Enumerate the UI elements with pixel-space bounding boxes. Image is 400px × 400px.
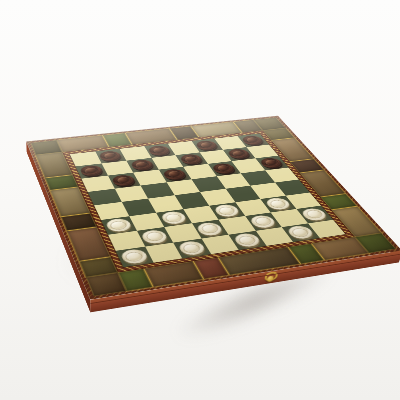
- light-piece-c1[interactable]: ⛀: [177, 240, 207, 256]
- square-b4[interactable]: [121, 199, 156, 216]
- art-panel: [332, 207, 382, 237]
- square-a5[interactable]: [88, 188, 122, 205]
- square-b2[interactable]: ⛀: [136, 227, 173, 246]
- square-d2[interactable]: ⛀: [192, 220, 229, 239]
- square-h2[interactable]: ⛀: [296, 206, 333, 224]
- dark-piece-h6[interactable]: ⛂: [258, 157, 285, 169]
- art-panel: [79, 257, 118, 277]
- art-corner-sw: [86, 272, 127, 296]
- dark-piece-a7[interactable]: ⛂: [79, 165, 105, 177]
- checkers-board: ⛂⛂⛂⛂⛂⛂⛂⛂⛂⛂⛂⛂⛀⛀⛀⛀⛀⛀⛀⛀⛀⛀⛀⛀: [26, 116, 400, 300]
- light-piece-g1[interactable]: ⛀: [285, 225, 316, 240]
- square-e2[interactable]: [218, 216, 255, 234]
- square-a3[interactable]: ⛀: [101, 216, 137, 235]
- latch-hook-icon: [267, 275, 274, 282]
- light-piece-f2[interactable]: ⛀: [248, 214, 278, 229]
- dark-piece-d8[interactable]: ⛂: [147, 145, 172, 156]
- light-piece-g3[interactable]: ⛀: [264, 197, 293, 211]
- art-panel: [61, 213, 97, 231]
- square-d3[interactable]: [183, 205, 219, 223]
- square-a4[interactable]: [94, 202, 129, 220]
- light-piece-d2[interactable]: ⛀: [195, 221, 225, 236]
- dark-piece-c7[interactable]: ⛂: [129, 159, 155, 171]
- square-c1[interactable]: ⛀: [173, 238, 211, 258]
- light-piece-e1[interactable]: ⛀: [232, 232, 263, 248]
- dark-piece-h8[interactable]: ⛂: [240, 135, 265, 146]
- dark-piece-b6[interactable]: ⛂: [111, 174, 138, 187]
- dark-piece-d6[interactable]: ⛂: [162, 168, 189, 180]
- square-d1[interactable]: [201, 234, 239, 254]
- light-piece-c3[interactable]: ⛀: [159, 211, 188, 226]
- square-g1[interactable]: ⛀: [282, 223, 320, 242]
- square-c3[interactable]: ⛀: [156, 209, 192, 227]
- art-corner-se: [355, 233, 396, 253]
- art-panel: [194, 258, 229, 279]
- brass-latch: [262, 271, 277, 284]
- square-a2[interactable]: [108, 231, 145, 251]
- art-panel: [50, 187, 90, 216]
- light-piece-a1[interactable]: ⛀: [119, 248, 149, 265]
- square-f1[interactable]: [255, 227, 293, 246]
- square-a1[interactable]: ⛀: [116, 246, 154, 267]
- perspective-scene: ⛂⛂⛂⛂⛂⛂⛂⛂⛂⛂⛂⛂⛀⛀⛀⛀⛀⛀⛀⛀⛀⛀⛀⛀: [43, 43, 356, 342]
- square-g3[interactable]: ⛀: [260, 195, 296, 212]
- square-g2[interactable]: [271, 209, 308, 227]
- dark-piece-b8[interactable]: ⛂: [98, 150, 123, 162]
- board-top-surface: ⛂⛂⛂⛂⛂⛂⛂⛂⛂⛂⛂⛂⛀⛀⛀⛀⛀⛀⛀⛀⛀⛀⛀⛀: [26, 116, 400, 300]
- square-f3[interactable]: [235, 199, 271, 216]
- square-e1[interactable]: ⛀: [228, 231, 266, 250]
- light-piece-b2[interactable]: ⛀: [140, 229, 170, 245]
- art-panel: [118, 269, 152, 291]
- square-c2[interactable]: [164, 223, 201, 242]
- light-piece-e3[interactable]: ⛀: [212, 204, 241, 218]
- light-piece-a3[interactable]: ⛀: [104, 218, 133, 233]
- light-piece-h2[interactable]: ⛀: [300, 207, 330, 221]
- art-panel: [67, 227, 111, 261]
- square-f2[interactable]: ⛀: [245, 212, 282, 230]
- square-h1[interactable]: [307, 220, 345, 238]
- square-b1[interactable]: [145, 242, 183, 262]
- square-b3[interactable]: [129, 212, 165, 230]
- square-c4[interactable]: [148, 195, 183, 212]
- square-d4[interactable]: [174, 192, 209, 209]
- art-panel: [288, 244, 323, 264]
- photo-background: ⛂⛂⛂⛂⛂⛂⛂⛂⛂⛂⛂⛂⛀⛀⛀⛀⛀⛀⛀⛀⛀⛀⛀⛀: [0, 0, 400, 400]
- square-e3[interactable]: ⛀: [209, 202, 245, 220]
